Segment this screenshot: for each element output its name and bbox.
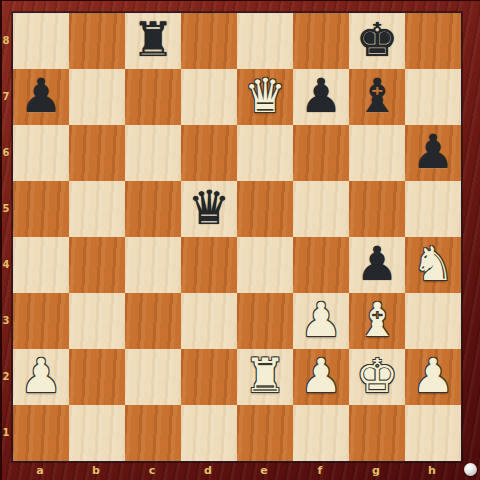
square-f6[interactable] <box>293 125 349 181</box>
square-a1[interactable] <box>13 405 69 461</box>
square-d8[interactable] <box>181 13 237 69</box>
square-h3[interactable] <box>405 293 461 349</box>
rank-label-3: 3 <box>0 292 12 348</box>
square-g3[interactable]: ♝ <box>349 293 405 349</box>
square-h8[interactable] <box>405 13 461 69</box>
square-e6[interactable] <box>237 125 293 181</box>
rank-label-2: 2 <box>0 348 12 404</box>
square-f5[interactable] <box>293 181 349 237</box>
square-f8[interactable] <box>293 13 349 69</box>
piece-white-pawn[interactable]: ♟ <box>293 293 349 349</box>
piece-black-queen[interactable]: ♛ <box>181 181 237 237</box>
rank-label-1: 1 <box>0 404 12 460</box>
square-f7[interactable]: ♟ <box>293 69 349 125</box>
square-b5[interactable] <box>69 181 125 237</box>
piece-black-pawn[interactable]: ♟ <box>349 237 405 293</box>
file-label-f: f <box>292 460 348 480</box>
piece-white-knight[interactable]: ♞ <box>405 237 461 293</box>
square-b2[interactable] <box>69 349 125 405</box>
square-g4[interactable]: ♟ <box>349 237 405 293</box>
piece-white-bishop[interactable]: ♝ <box>349 293 405 349</box>
file-label-d: d <box>180 460 236 480</box>
chess-board: ♜♚♟♛♟♝♟♛♟♞♟♝♟♜♟♚♟ <box>12 12 462 462</box>
square-b4[interactable] <box>69 237 125 293</box>
file-label-b: b <box>68 460 124 480</box>
piece-white-rook[interactable]: ♜ <box>237 349 293 405</box>
piece-white-pawn[interactable]: ♟ <box>405 349 461 405</box>
file-label-h: h <box>404 460 460 480</box>
square-b6[interactable] <box>69 125 125 181</box>
square-f4[interactable] <box>293 237 349 293</box>
rank-label-8: 8 <box>0 12 12 68</box>
square-e5[interactable] <box>237 181 293 237</box>
square-c5[interactable] <box>125 181 181 237</box>
piece-black-pawn[interactable]: ♟ <box>405 125 461 181</box>
square-d2[interactable] <box>181 349 237 405</box>
square-h4[interactable]: ♞ <box>405 237 461 293</box>
piece-white-pawn[interactable]: ♟ <box>293 349 349 405</box>
square-h6[interactable]: ♟ <box>405 125 461 181</box>
square-e7[interactable]: ♛ <box>237 69 293 125</box>
square-c7[interactable] <box>125 69 181 125</box>
square-g7[interactable]: ♝ <box>349 69 405 125</box>
square-g1[interactable] <box>349 405 405 461</box>
rank-label-4: 4 <box>0 236 12 292</box>
square-f3[interactable]: ♟ <box>293 293 349 349</box>
square-b3[interactable] <box>69 293 125 349</box>
square-c4[interactable] <box>125 237 181 293</box>
square-g5[interactable] <box>349 181 405 237</box>
side-to-move-indicator <box>464 463 477 476</box>
square-e8[interactable] <box>237 13 293 69</box>
square-a5[interactable] <box>13 181 69 237</box>
piece-black-rook[interactable]: ♜ <box>125 13 181 69</box>
piece-white-queen[interactable]: ♛ <box>237 69 293 125</box>
piece-white-king[interactable]: ♚ <box>349 349 405 405</box>
square-e2[interactable]: ♜ <box>237 349 293 405</box>
square-e1[interactable] <box>237 405 293 461</box>
square-a6[interactable] <box>13 125 69 181</box>
rank-label-7: 7 <box>0 68 12 124</box>
square-e3[interactable] <box>237 293 293 349</box>
rank-coordinates: 87654321 <box>0 12 12 460</box>
square-h5[interactable] <box>405 181 461 237</box>
square-d4[interactable] <box>181 237 237 293</box>
square-d1[interactable] <box>181 405 237 461</box>
file-label-c: c <box>124 460 180 480</box>
square-c8[interactable]: ♜ <box>125 13 181 69</box>
square-c1[interactable] <box>125 405 181 461</box>
chessboard-window: ♜♚♟♛♟♝♟♛♟♞♟♝♟♜♟♚♟ 87654321 abcdefgh <box>0 0 480 480</box>
square-a8[interactable] <box>13 13 69 69</box>
square-e4[interactable] <box>237 237 293 293</box>
square-h7[interactable] <box>405 69 461 125</box>
square-a4[interactable] <box>13 237 69 293</box>
square-b7[interactable] <box>69 69 125 125</box>
piece-white-pawn[interactable]: ♟ <box>13 349 69 405</box>
square-g6[interactable] <box>349 125 405 181</box>
square-a7[interactable]: ♟ <box>13 69 69 125</box>
piece-black-pawn[interactable]: ♟ <box>293 69 349 125</box>
square-d6[interactable] <box>181 125 237 181</box>
square-d5[interactable]: ♛ <box>181 181 237 237</box>
square-c3[interactable] <box>125 293 181 349</box>
file-label-g: g <box>348 460 404 480</box>
file-label-a: a <box>12 460 68 480</box>
square-a2[interactable]: ♟ <box>13 349 69 405</box>
square-f2[interactable]: ♟ <box>293 349 349 405</box>
file-coordinates: abcdefgh <box>12 460 460 480</box>
square-d7[interactable] <box>181 69 237 125</box>
square-b1[interactable] <box>69 405 125 461</box>
square-c2[interactable] <box>125 349 181 405</box>
square-g2[interactable]: ♚ <box>349 349 405 405</box>
square-c6[interactable] <box>125 125 181 181</box>
square-h2[interactable]: ♟ <box>405 349 461 405</box>
piece-black-king[interactable]: ♚ <box>349 13 405 69</box>
rank-label-5: 5 <box>0 180 12 236</box>
square-h1[interactable] <box>405 405 461 461</box>
square-a3[interactable] <box>13 293 69 349</box>
rank-label-6: 6 <box>0 124 12 180</box>
piece-black-bishop[interactable]: ♝ <box>349 69 405 125</box>
square-d3[interactable] <box>181 293 237 349</box>
file-label-e: e <box>236 460 292 480</box>
piece-black-pawn[interactable]: ♟ <box>13 69 69 125</box>
square-b8[interactable] <box>69 13 125 69</box>
square-f1[interactable] <box>293 405 349 461</box>
square-g8[interactable]: ♚ <box>349 13 405 69</box>
